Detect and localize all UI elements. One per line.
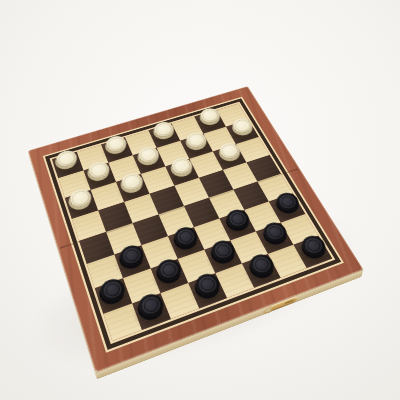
square-g1 (268, 245, 307, 278)
black-piece[interactable] (172, 224, 201, 249)
square-h5[interactable] (246, 155, 280, 182)
white-piece[interactable] (67, 187, 93, 210)
white-piece[interactable] (54, 148, 79, 169)
photo-scene (0, 0, 400, 400)
